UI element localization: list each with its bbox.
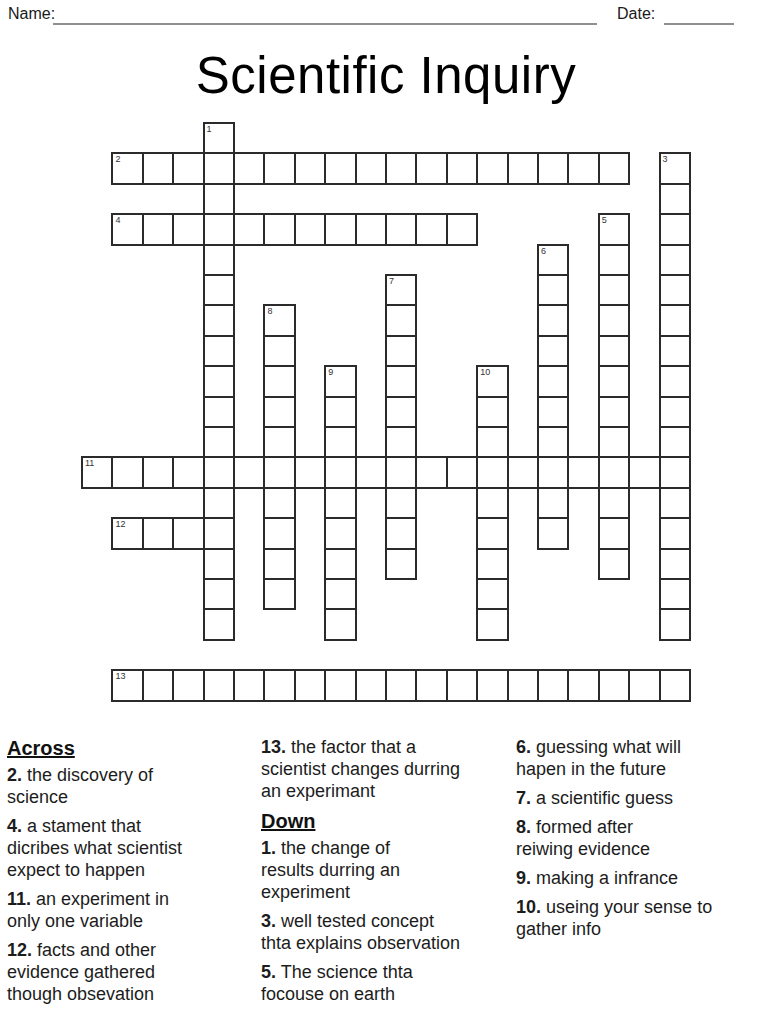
cell-r13c10[interactable]: [385, 517, 417, 549]
cell-r11c1[interactable]: [111, 456, 143, 488]
cell-number: 1: [207, 124, 212, 135]
cell-r3c19[interactable]: [659, 213, 691, 245]
clue-down-8: 8. formed after reiwing evidence: [516, 816, 766, 860]
cell-r10c17[interactable]: [598, 426, 630, 458]
across-heading: Across: [7, 736, 257, 760]
cell-r13c19[interactable]: [659, 517, 691, 549]
cell-r11c9[interactable]: [355, 456, 387, 488]
cell-r11c7[interactable]: [294, 456, 326, 488]
cell-r18c8[interactable]: [324, 669, 356, 701]
cell-r9c8[interactable]: [324, 396, 356, 428]
clue-column-3: 6. guessing what will hapen in the futur…: [516, 736, 766, 947]
clue-across-2: 2. the discovery of science: [7, 764, 257, 808]
cell-r15c6[interactable]: [263, 578, 295, 610]
cell-r3c7[interactable]: [294, 213, 326, 245]
cell-r12c19[interactable]: [659, 487, 691, 519]
cell-r8c10[interactable]: [385, 365, 417, 397]
cell-r18c18[interactable]: [628, 669, 660, 701]
cell-r18c5[interactable]: [233, 669, 265, 701]
cell-r0c4[interactable]: 1: [203, 122, 235, 154]
cell-r8c17[interactable]: [598, 365, 630, 397]
cell-r1c6[interactable]: [263, 152, 295, 184]
cell-r1c10[interactable]: [385, 152, 417, 184]
cell-r13c17[interactable]: [598, 517, 630, 549]
clue-text: The science thta focouse on earth: [261, 962, 413, 1004]
clue-number: 12.: [7, 940, 32, 960]
cell-r10c13[interactable]: [476, 426, 508, 458]
puzzle-title: Scientific Inquiry: [0, 46, 772, 105]
clue-text: an experiment in only one variable: [7, 889, 169, 931]
clue-number: 10.: [516, 897, 541, 917]
cell-r1c7[interactable]: [294, 152, 326, 184]
cell-r9c15[interactable]: [537, 396, 569, 428]
clue-column-1: Across2. the discovery of science4. a st…: [7, 736, 257, 1012]
clue-number: 7.: [516, 788, 531, 808]
cell-r10c10[interactable]: [385, 426, 417, 458]
cell-r13c8[interactable]: [324, 517, 356, 549]
cell-r3c10[interactable]: [385, 213, 417, 245]
clue-across-11: 11. an experiment in only one variable: [7, 888, 257, 932]
clue-text: making a infrance: [531, 868, 678, 888]
cell-r11c0[interactable]: 11: [81, 456, 113, 488]
cell-number: 7: [389, 276, 394, 287]
clue-text: a scientific guess: [531, 788, 673, 808]
clue-text: the change of results durring an experim…: [261, 838, 400, 902]
clue-number: 5.: [261, 962, 276, 982]
clue-column-2: 13. the factor that a scientist changes …: [261, 736, 511, 1012]
clue-text: guessing what will hapen in the future: [516, 737, 681, 779]
clue-number: 9.: [516, 868, 531, 888]
cell-r1c11[interactable]: [415, 152, 447, 184]
clue-down-6: 6. guessing what will hapen in the futur…: [516, 736, 766, 780]
cell-r1c5[interactable]: [233, 152, 265, 184]
cell-r11c17[interactable]: [598, 456, 630, 488]
cell-r18c16[interactable]: [567, 669, 599, 701]
cell-r3c17[interactable]: 5: [598, 213, 630, 245]
cell-r9c6[interactable]: [263, 396, 295, 428]
cell-r1c2[interactable]: [142, 152, 174, 184]
cell-r4c15[interactable]: 6: [537, 244, 569, 276]
cell-number: 12: [115, 519, 125, 530]
cell-r18c11[interactable]: [415, 669, 447, 701]
cell-r18c17[interactable]: [598, 669, 630, 701]
cell-r6c4[interactable]: [203, 304, 235, 336]
cell-r12c17[interactable]: [598, 487, 630, 519]
clue-text: formed after reiwing evidence: [516, 817, 650, 859]
cell-r18c7[interactable]: [294, 669, 326, 701]
cell-r3c2[interactable]: [142, 213, 174, 245]
cell-r11c15[interactable]: [537, 456, 569, 488]
cell-number: 5: [602, 215, 607, 226]
clue-across-13: 13. the factor that a scientist changes …: [261, 736, 511, 802]
cell-r13c2[interactable]: [142, 517, 174, 549]
cell-r7c15[interactable]: [537, 335, 569, 367]
name-blank-line: [53, 23, 597, 25]
cell-r7c19[interactable]: [659, 335, 691, 367]
cell-r1c14[interactable]: [507, 152, 539, 184]
cell-r1c12[interactable]: [446, 152, 478, 184]
cell-r14c17[interactable]: [598, 548, 630, 580]
cell-r8c15[interactable]: [537, 365, 569, 397]
cell-r1c1[interactable]: 2: [111, 152, 143, 184]
cell-r18c3[interactable]: [172, 669, 204, 701]
cell-r12c4[interactable]: [203, 487, 235, 519]
cell-r8c8[interactable]: 9: [324, 365, 356, 397]
cell-number: 2: [115, 154, 120, 165]
cell-number: 11: [85, 458, 94, 469]
clue-down-5: 5. The science thta focouse on earth: [261, 961, 511, 1005]
clue-text: a stament that dicribes what scientist e…: [7, 816, 182, 880]
cell-r3c8[interactable]: [324, 213, 356, 245]
cell-r7c4[interactable]: [203, 335, 235, 367]
cell-r1c15[interactable]: [537, 152, 569, 184]
cell-r11c12[interactable]: [446, 456, 478, 488]
cell-r14c10[interactable]: [385, 548, 417, 580]
cell-r18c9[interactable]: [355, 669, 387, 701]
cell-r18c12[interactable]: [446, 669, 478, 701]
cell-r10c15[interactable]: [537, 426, 569, 458]
cell-r11c14[interactable]: [507, 456, 539, 488]
cell-r1c8[interactable]: [324, 152, 356, 184]
clue-number: 6.: [516, 737, 531, 757]
clue-down-1: 1. the change of results durring an expe…: [261, 837, 511, 903]
cell-r10c19[interactable]: [659, 426, 691, 458]
cell-r5c10[interactable]: 7: [385, 274, 417, 306]
cell-r14c19[interactable]: [659, 548, 691, 580]
cell-r16c19[interactable]: [659, 608, 691, 640]
cell-r3c11[interactable]: [415, 213, 447, 245]
cell-r18c10[interactable]: [385, 669, 417, 701]
cell-r4c4[interactable]: [203, 244, 235, 276]
clue-across-4: 4. a stament that dicribes what scientis…: [7, 815, 257, 881]
cell-r11c6[interactable]: [263, 456, 295, 488]
cell-r10c6[interactable]: [263, 426, 295, 458]
cell-number: 8: [267, 306, 272, 317]
cell-r3c6[interactable]: [263, 213, 295, 245]
cell-r1c4[interactable]: [203, 152, 235, 184]
clue-down-7: 7. a scientific guess: [516, 787, 766, 809]
clue-down-10: 10. useing your sense to gather info: [516, 896, 766, 940]
cell-r18c14[interactable]: [507, 669, 539, 701]
cell-r15c13[interactable]: [476, 578, 508, 610]
cell-r14c8[interactable]: [324, 548, 356, 580]
cell-r10c4[interactable]: [203, 426, 235, 458]
cell-r8c4[interactable]: [203, 365, 235, 397]
cell-r1c13[interactable]: [476, 152, 508, 184]
cell-number: 9: [328, 367, 333, 378]
cell-r1c3[interactable]: [172, 152, 204, 184]
cell-r13c13[interactable]: [476, 517, 508, 549]
cell-r3c5[interactable]: [233, 213, 265, 245]
name-label: Name:: [8, 5, 55, 23]
cell-r13c3[interactable]: [172, 517, 204, 549]
cell-r11c5[interactable]: [233, 456, 265, 488]
cell-r3c12[interactable]: [446, 213, 478, 245]
cell-r12c6[interactable]: [263, 487, 295, 519]
cell-r18c6[interactable]: [263, 669, 295, 701]
clue-number: 4.: [7, 816, 22, 836]
cell-r11c10[interactable]: [385, 456, 417, 488]
clue-text: useing your sense to gather info: [516, 897, 712, 939]
cell-r6c10[interactable]: [385, 304, 417, 336]
cell-r11c13[interactable]: [476, 456, 508, 488]
cell-r18c19[interactable]: [659, 669, 691, 701]
cell-r9c4[interactable]: [203, 396, 235, 428]
cell-r7c10[interactable]: [385, 335, 417, 367]
date-blank-line: [664, 23, 734, 25]
date-label: Date:: [617, 5, 655, 23]
cell-r11c2[interactable]: [142, 456, 174, 488]
cell-r14c13[interactable]: [476, 548, 508, 580]
cell-r2c19[interactable]: [659, 183, 691, 215]
cell-r6c6[interactable]: 8: [263, 304, 295, 336]
cell-r12c15[interactable]: [537, 487, 569, 519]
cell-r6c17[interactable]: [598, 304, 630, 336]
cell-r11c11[interactable]: [415, 456, 447, 488]
down-heading: Down: [261, 809, 511, 833]
clue-number: 2.: [7, 765, 22, 785]
cell-r13c6[interactable]: [263, 517, 295, 549]
cell-number: 13: [115, 671, 125, 682]
cell-r12c8[interactable]: [324, 487, 356, 519]
cell-r16c13[interactable]: [476, 608, 508, 640]
cell-r14c4[interactable]: [203, 548, 235, 580]
cell-r12c10[interactable]: [385, 487, 417, 519]
cell-r5c17[interactable]: [598, 274, 630, 306]
cell-r10c8[interactable]: [324, 426, 356, 458]
cell-r11c3[interactable]: [172, 456, 204, 488]
cell-r1c16[interactable]: [567, 152, 599, 184]
clue-across-12: 12. facts and other evidence gathered th…: [7, 939, 257, 1005]
crossword-grid: 12345678910111213: [82, 123, 690, 701]
cell-r15c19[interactable]: [659, 578, 691, 610]
clue-number: 8.: [516, 817, 531, 837]
cell-r18c15[interactable]: [537, 669, 569, 701]
cell-r5c15[interactable]: [537, 274, 569, 306]
cell-r11c8[interactable]: [324, 456, 356, 488]
clue-down-3: 3. well tested concept thta explains obs…: [261, 910, 511, 954]
cell-r11c4[interactable]: [203, 456, 235, 488]
cell-r13c4[interactable]: [203, 517, 235, 549]
cell-r9c19[interactable]: [659, 396, 691, 428]
cell-r9c13[interactable]: [476, 396, 508, 428]
cell-r3c9[interactable]: [355, 213, 387, 245]
clue-text: the factor that a scientist changes durr…: [261, 737, 460, 801]
clue-down-9: 9. making a infrance: [516, 867, 766, 889]
cell-r16c8[interactable]: [324, 608, 356, 640]
worksheet: Name: Date: Scientific Inquiry 123456789…: [0, 0, 772, 1024]
cell-r1c17[interactable]: [598, 152, 630, 184]
clue-number: 3.: [261, 911, 276, 931]
cell-r16c4[interactable]: [203, 608, 235, 640]
cell-r15c4[interactable]: [203, 578, 235, 610]
cell-r13c1[interactable]: 12: [111, 517, 143, 549]
clue-number: 1.: [261, 838, 276, 858]
clue-text: the discovery of science: [7, 765, 153, 807]
cell-r1c19[interactable]: 3: [659, 152, 691, 184]
cell-r11c16[interactable]: [567, 456, 599, 488]
cell-r3c4[interactable]: [203, 213, 235, 245]
cell-r11c18[interactable]: [628, 456, 660, 488]
clue-text: well tested concept thta explains observ…: [261, 911, 460, 953]
cell-r18c2[interactable]: [142, 669, 174, 701]
cell-r13c15[interactable]: [537, 517, 569, 549]
cell-r3c1[interactable]: 4: [111, 213, 143, 245]
cell-r18c4[interactable]: [203, 669, 235, 701]
cell-r14c6[interactable]: [263, 548, 295, 580]
cell-r5c19[interactable]: [659, 274, 691, 306]
cell-r11c19[interactable]: [659, 456, 691, 488]
cell-r3c3[interactable]: [172, 213, 204, 245]
cell-r8c13[interactable]: 10: [476, 365, 508, 397]
clue-number: 11.: [7, 889, 31, 909]
cell-r4c19[interactable]: [659, 244, 691, 276]
cell-r6c19[interactable]: [659, 304, 691, 336]
cell-r1c9[interactable]: [355, 152, 387, 184]
cell-r12c13[interactable]: [476, 487, 508, 519]
cell-number: 6: [541, 246, 546, 257]
cell-r8c6[interactable]: [263, 365, 295, 397]
cell-number: 4: [115, 215, 120, 226]
cell-r18c1[interactable]: 13: [111, 669, 143, 701]
cell-r15c8[interactable]: [324, 578, 356, 610]
cell-number: 3: [663, 154, 668, 165]
cell-r8c19[interactable]: [659, 365, 691, 397]
cell-r7c17[interactable]: [598, 335, 630, 367]
cell-r9c17[interactable]: [598, 396, 630, 428]
cell-r6c15[interactable]: [537, 304, 569, 336]
cell-r2c4[interactable]: [203, 183, 235, 215]
cell-r4c17[interactable]: [598, 244, 630, 276]
cell-r7c6[interactable]: [263, 335, 295, 367]
cell-number: 10: [480, 367, 490, 378]
clue-number: 13.: [261, 737, 286, 757]
cell-r9c10[interactable]: [385, 396, 417, 428]
cell-r18c13[interactable]: [476, 669, 508, 701]
cell-r5c4[interactable]: [203, 274, 235, 306]
